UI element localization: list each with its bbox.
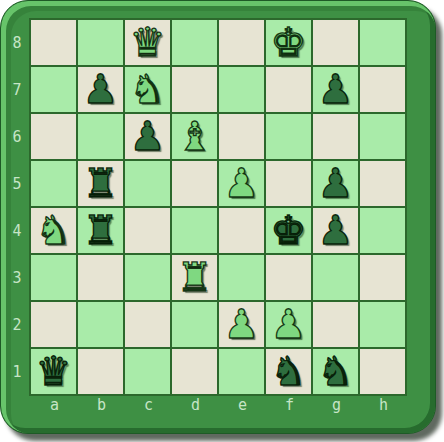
white-knight[interactable]: ♞	[36, 208, 72, 253]
black-rook[interactable]: ♜	[83, 208, 119, 253]
square-c5[interactable]	[125, 161, 170, 206]
square-h8[interactable]	[360, 20, 405, 65]
square-c3[interactable]	[125, 255, 170, 300]
rank-label-2: 2	[7, 302, 27, 349]
file-label-d: d	[172, 396, 219, 416]
square-h3[interactable]	[360, 255, 405, 300]
square-g1[interactable]: ♞	[313, 349, 358, 394]
rank-labels: 87654321	[7, 20, 27, 396]
black-pawn[interactable]: ♟	[318, 208, 354, 253]
square-c1[interactable]	[125, 349, 170, 394]
square-b2[interactable]	[78, 302, 123, 347]
square-b8[interactable]	[78, 20, 123, 65]
square-f7[interactable]	[266, 67, 311, 112]
square-a5[interactable]	[31, 161, 76, 206]
square-a8[interactable]	[31, 20, 76, 65]
square-e2[interactable]: ♟	[219, 302, 264, 347]
rank-label-1: 1	[7, 349, 27, 396]
chess-board[interactable]: ♛♚♟♞♟♟♝♜♟♟♞♜♚♟♜♟♟♛♞♞	[29, 18, 407, 396]
square-e1[interactable]	[219, 349, 264, 394]
square-d2[interactable]	[172, 302, 217, 347]
square-e7[interactable]	[219, 67, 264, 112]
rank-label-4: 4	[7, 208, 27, 255]
square-a2[interactable]	[31, 302, 76, 347]
file-label-b: b	[78, 396, 125, 416]
white-pawn[interactable]: ♟	[224, 302, 260, 347]
black-pawn[interactable]: ♟	[318, 67, 354, 112]
square-g5[interactable]: ♟	[313, 161, 358, 206]
chess-board-window: 87654321 ♛♚♟♞♟♟♝♜♟♟♞♜♚♟♜♟♟♛♞♞ abcdefgh	[0, 0, 444, 442]
square-d4[interactable]	[172, 208, 217, 253]
black-knight[interactable]: ♞	[318, 349, 354, 394]
square-c6[interactable]: ♟	[125, 114, 170, 159]
file-label-e: e	[219, 396, 266, 416]
rank-label-3: 3	[7, 255, 27, 302]
square-b7[interactable]: ♟	[78, 67, 123, 112]
square-e5[interactable]: ♟	[219, 161, 264, 206]
square-b5[interactable]: ♜	[78, 161, 123, 206]
square-c8[interactable]: ♛	[125, 20, 170, 65]
square-h6[interactable]	[360, 114, 405, 159]
white-pawn[interactable]: ♟	[224, 161, 260, 206]
square-h7[interactable]	[360, 67, 405, 112]
square-g7[interactable]: ♟	[313, 67, 358, 112]
square-f2[interactable]: ♟	[266, 302, 311, 347]
square-g4[interactable]: ♟	[313, 208, 358, 253]
square-f4[interactable]: ♚	[266, 208, 311, 253]
black-king[interactable]: ♚	[271, 208, 307, 253]
white-knight[interactable]: ♞	[130, 67, 166, 112]
square-b1[interactable]	[78, 349, 123, 394]
black-pawn[interactable]: ♟	[83, 67, 119, 112]
square-g3[interactable]	[313, 255, 358, 300]
square-a1[interactable]: ♛	[31, 349, 76, 394]
square-d3[interactable]: ♜	[172, 255, 217, 300]
square-h2[interactable]	[360, 302, 405, 347]
square-e3[interactable]	[219, 255, 264, 300]
square-d1[interactable]	[172, 349, 217, 394]
file-label-c: c	[125, 396, 172, 416]
white-pawn[interactable]: ♟	[271, 302, 307, 347]
square-b3[interactable]	[78, 255, 123, 300]
square-a6[interactable]	[31, 114, 76, 159]
square-a3[interactable]	[31, 255, 76, 300]
rank-label-8: 8	[7, 20, 27, 67]
square-h5[interactable]	[360, 161, 405, 206]
rank-label-7: 7	[7, 67, 27, 114]
square-e4[interactable]	[219, 208, 264, 253]
file-label-h: h	[360, 396, 407, 416]
square-b4[interactable]: ♜	[78, 208, 123, 253]
square-e6[interactable]	[219, 114, 264, 159]
square-h4[interactable]	[360, 208, 405, 253]
black-pawn[interactable]: ♟	[130, 114, 166, 159]
square-a7[interactable]	[31, 67, 76, 112]
square-c4[interactable]	[125, 208, 170, 253]
rank-label-6: 6	[7, 114, 27, 161]
file-label-f: f	[266, 396, 313, 416]
square-f1[interactable]: ♞	[266, 349, 311, 394]
square-d5[interactable]	[172, 161, 217, 206]
white-rook[interactable]: ♜	[177, 255, 213, 300]
square-g8[interactable]	[313, 20, 358, 65]
rank-label-5: 5	[7, 161, 27, 208]
square-f6[interactable]	[266, 114, 311, 159]
square-g2[interactable]	[313, 302, 358, 347]
square-g6[interactable]	[313, 114, 358, 159]
square-d8[interactable]	[172, 20, 217, 65]
file-labels: abcdefgh	[31, 396, 407, 416]
black-pawn[interactable]: ♟	[318, 161, 354, 206]
file-label-g: g	[313, 396, 360, 416]
square-f8[interactable]: ♚	[266, 20, 311, 65]
square-c2[interactable]	[125, 302, 170, 347]
square-f5[interactable]	[266, 161, 311, 206]
square-c7[interactable]: ♞	[125, 67, 170, 112]
square-d6[interactable]: ♝	[172, 114, 217, 159]
square-h1[interactable]	[360, 349, 405, 394]
square-b6[interactable]	[78, 114, 123, 159]
square-a4[interactable]: ♞	[31, 208, 76, 253]
black-rook[interactable]: ♜	[83, 161, 119, 206]
square-f3[interactable]	[266, 255, 311, 300]
square-d7[interactable]	[172, 67, 217, 112]
white-bishop[interactable]: ♝	[177, 114, 213, 159]
black-knight[interactable]: ♞	[271, 349, 307, 394]
black-queen[interactable]: ♛	[36, 349, 72, 394]
white-king[interactable]: ♚	[271, 20, 307, 65]
square-e8[interactable]	[219, 20, 264, 65]
file-label-a: a	[31, 396, 78, 416]
white-queen[interactable]: ♛	[130, 20, 166, 65]
